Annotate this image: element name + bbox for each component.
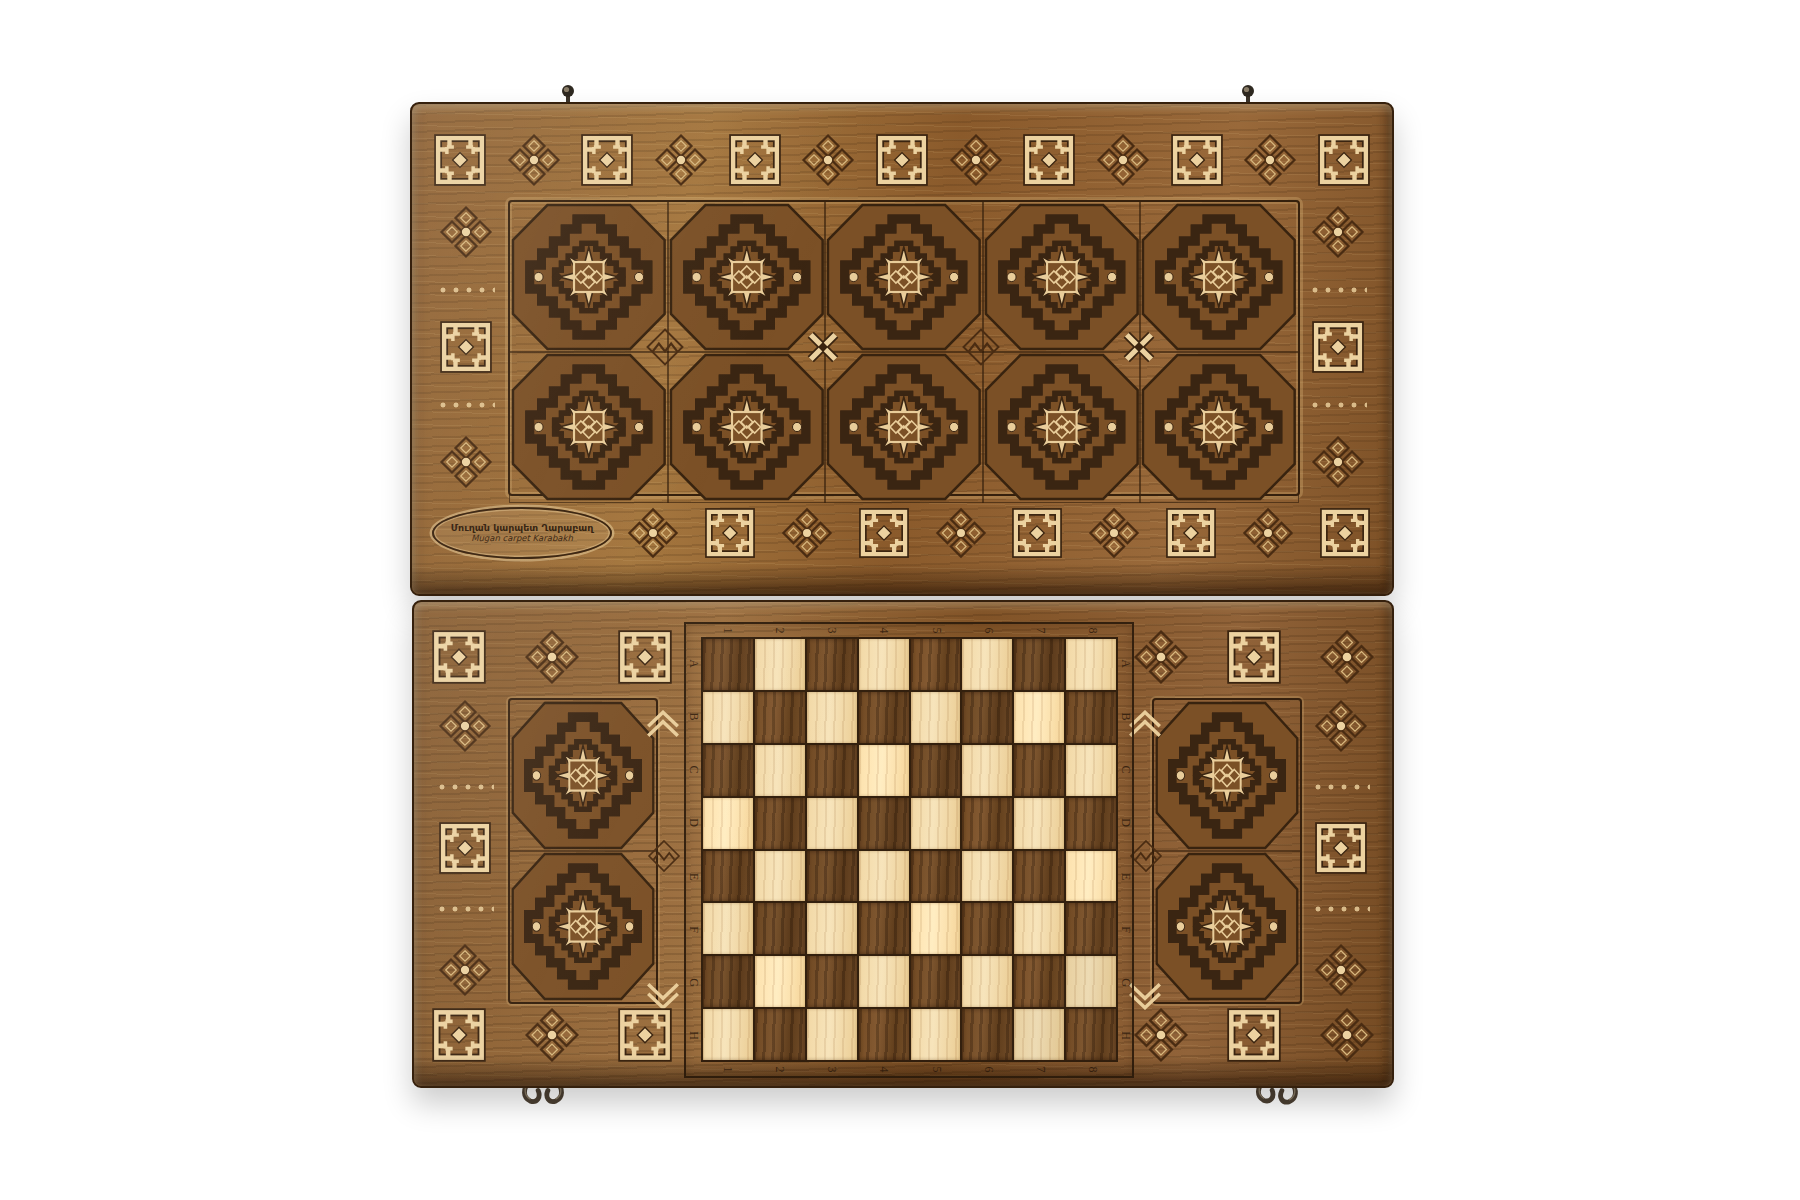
greek-key-motif-icon — [1010, 506, 1064, 560]
greek-key-motif-icon — [430, 628, 488, 686]
square-F8 — [1066, 903, 1116, 954]
rosette-motif-icon — [1318, 628, 1376, 686]
rank-labels-right: ABCDEFGH — [1118, 637, 1132, 1062]
square-H2 — [755, 1009, 805, 1060]
medallion-icon — [1140, 352, 1298, 502]
rosette-motif-icon — [780, 506, 834, 560]
square-A4 — [859, 639, 909, 690]
greek-key-motif-icon — [1164, 506, 1218, 560]
square-E7 — [1014, 851, 1064, 902]
square-H1 — [703, 1009, 753, 1060]
square-F5 — [911, 903, 961, 954]
rosette-motif-icon — [438, 434, 494, 490]
square-A1 — [703, 639, 753, 690]
greek-key-motif-icon — [874, 132, 930, 188]
board-photo: Մուղան կարպետ Ղարաբաղ Mugan carpet Karab… — [0, 0, 1800, 1200]
square-F6 — [962, 903, 1012, 954]
square-C1 — [703, 745, 753, 796]
square-A8 — [1066, 639, 1116, 690]
square-A5 — [911, 639, 961, 690]
square-G7 — [1014, 956, 1064, 1007]
medallion-icon — [510, 352, 668, 502]
square-B2 — [755, 692, 805, 743]
rosette-motif-icon — [523, 1006, 581, 1064]
square-B8 — [1066, 692, 1116, 743]
diamond-zigzag-icon — [644, 326, 686, 368]
square-B4 — [859, 692, 909, 743]
medallion-icon — [1140, 202, 1298, 352]
square-E8 — [1066, 851, 1116, 902]
square-B3 — [807, 692, 857, 743]
greek-key-motif-icon — [437, 820, 493, 876]
square-A3 — [807, 639, 857, 690]
medallion-icon — [1140, 202, 1298, 352]
square-H5 — [911, 1009, 961, 1060]
dot-row — [436, 903, 494, 915]
medallion-icon — [510, 700, 656, 851]
greek-key-motif-icon — [430, 1006, 488, 1064]
right-wing-top-strip — [1132, 626, 1376, 688]
x-motif-icon — [802, 326, 844, 368]
greek-key-motif-icon — [1310, 319, 1366, 375]
medallion-icon — [983, 202, 1141, 352]
medallion-icon — [983, 202, 1141, 352]
square-D2 — [755, 798, 805, 849]
medallion-icon — [510, 851, 656, 1002]
rosette-motif-icon — [437, 698, 493, 754]
medallion-icon — [668, 352, 826, 502]
top-border-strip — [432, 128, 1372, 192]
square-C5 — [911, 745, 961, 796]
greek-key-motif-icon — [1313, 820, 1369, 876]
chessboard-squares — [701, 637, 1118, 1062]
square-G4 — [859, 956, 909, 1007]
dot-row — [437, 399, 495, 411]
square-H7 — [1014, 1009, 1064, 1060]
greek-key-motif-icon — [432, 132, 488, 188]
square-F3 — [807, 903, 857, 954]
medallion-icon — [1140, 352, 1298, 502]
bottom-half-chess-side: 12345678 12345678 ABCDEFGH ABCDEFGH — [412, 600, 1394, 1088]
square-C8 — [1066, 745, 1116, 796]
rosette-motif-icon — [626, 506, 680, 560]
rosette-motif-icon — [1313, 698, 1369, 754]
carpet-medallion-panel — [508, 200, 1300, 496]
rosette-motif-icon — [523, 628, 581, 686]
medallion-icon — [510, 700, 656, 851]
square-C7 — [1014, 745, 1064, 796]
rosette-motif-icon — [1242, 132, 1298, 188]
medallion-icon — [983, 352, 1141, 502]
file-labels-bottom: 12345678 — [701, 1063, 1118, 1076]
greek-key-motif-icon — [616, 1006, 674, 1064]
rosette-motif-icon — [653, 132, 709, 188]
rosette-motif-icon — [1310, 204, 1366, 260]
x-motif-icon — [1118, 326, 1160, 368]
rosette-motif-icon — [506, 132, 562, 188]
square-D8 — [1066, 798, 1116, 849]
medallion-icon — [510, 352, 668, 502]
greek-key-motif-icon — [1021, 132, 1077, 188]
greek-key-motif-icon — [616, 628, 674, 686]
right-wing-bottom-strip — [1132, 1004, 1376, 1066]
square-E2 — [755, 851, 805, 902]
dot-row — [1312, 903, 1370, 915]
greek-key-motif-icon — [1225, 1006, 1283, 1064]
square-C2 — [755, 745, 805, 796]
square-G3 — [807, 956, 857, 1007]
greek-key-motif-icon — [703, 506, 757, 560]
square-D3 — [807, 798, 857, 849]
square-E3 — [807, 851, 857, 902]
rosette-motif-icon — [1095, 132, 1151, 188]
cartouche-english-text: Mugan carpet Karabakh — [471, 534, 573, 543]
chessboard: 12345678 12345678 ABCDEFGH ABCDEFGH — [684, 622, 1134, 1078]
square-D4 — [859, 798, 909, 849]
square-D6 — [962, 798, 1012, 849]
square-A6 — [962, 639, 1012, 690]
square-G5 — [911, 956, 961, 1007]
left-border-column — [430, 204, 502, 490]
rosette-motif-icon — [438, 204, 494, 260]
square-G6 — [962, 956, 1012, 1007]
left-medallion-stack — [508, 698, 658, 1004]
dot-row — [1309, 399, 1367, 411]
rosette-motif-icon — [948, 132, 1004, 188]
rosette-motif-icon — [1313, 942, 1369, 998]
square-H3 — [807, 1009, 857, 1060]
medallion-icon — [1154, 700, 1300, 851]
rosette-motif-icon — [1310, 434, 1366, 490]
square-D7 — [1014, 798, 1064, 849]
medallion-icon — [825, 352, 983, 502]
square-C3 — [807, 745, 857, 796]
square-E4 — [859, 851, 909, 902]
medallion-icon — [983, 352, 1141, 502]
greek-key-motif-icon — [1318, 506, 1372, 560]
greek-key-motif-icon — [1316, 132, 1372, 188]
square-D1 — [703, 798, 753, 849]
square-H8 — [1066, 1009, 1116, 1060]
square-G8 — [1066, 956, 1116, 1007]
rosette-motif-icon — [1087, 506, 1141, 560]
square-F4 — [859, 903, 909, 954]
medallion-icon — [1154, 851, 1300, 1002]
square-E5 — [911, 851, 961, 902]
left-wing-top-strip — [430, 626, 674, 688]
medallion-icon — [668, 352, 826, 502]
medallion-icon — [1154, 851, 1300, 1002]
dot-row — [1312, 781, 1370, 793]
square-F2 — [755, 903, 805, 954]
square-G2 — [755, 956, 805, 1007]
cartouche: Մուղան կարպետ Ղարաբաղ Mugan carpet Karab… — [432, 507, 612, 559]
dot-row — [437, 284, 495, 296]
square-B7 — [1014, 692, 1064, 743]
medallion-icon — [1154, 700, 1300, 851]
square-A7 — [1014, 639, 1064, 690]
greek-key-motif-icon — [1225, 628, 1283, 686]
square-H6 — [962, 1009, 1012, 1060]
file-labels-top: 12345678 — [701, 624, 1118, 637]
left-border-column — [430, 698, 500, 998]
square-B6 — [962, 692, 1012, 743]
right-border-column — [1306, 698, 1376, 998]
rosette-motif-icon — [800, 132, 856, 188]
rank-labels-left: ABCDEFGH — [686, 637, 701, 1062]
square-A2 — [755, 639, 805, 690]
greek-key-motif-icon — [438, 319, 494, 375]
square-E1 — [703, 851, 753, 902]
square-C4 — [859, 745, 909, 796]
square-F1 — [703, 903, 753, 954]
greek-key-motif-icon — [857, 506, 911, 560]
square-D5 — [911, 798, 961, 849]
dot-row — [436, 781, 494, 793]
square-G1 — [703, 956, 753, 1007]
square-F7 — [1014, 903, 1064, 954]
top-half-lid: Մուղան կարպետ Ղարաբաղ Mugan carpet Karab… — [410, 102, 1394, 596]
left-wing-bottom-strip — [430, 1004, 674, 1066]
square-E6 — [962, 851, 1012, 902]
rosette-motif-icon — [1318, 1006, 1376, 1064]
right-border-column — [1302, 204, 1374, 490]
medallion-icon — [510, 851, 656, 1002]
dot-row — [1309, 284, 1367, 296]
diamond-zigzag-icon — [960, 326, 1002, 368]
square-B5 — [911, 692, 961, 743]
bottom-border-strip: Մուղան կարպետ Ղարաբաղ Mugan carpet Karab… — [432, 500, 1372, 566]
square-C6 — [962, 745, 1012, 796]
greek-key-motif-icon — [1169, 132, 1225, 188]
greek-key-motif-icon — [579, 132, 635, 188]
medallion-icon — [825, 352, 983, 502]
greek-key-motif-icon — [727, 132, 783, 188]
cartouche-armenian-text: Մուղան կարպետ Ղարաբաղ — [451, 523, 594, 533]
rosette-motif-icon — [437, 942, 493, 998]
rosette-motif-icon — [934, 506, 988, 560]
square-H4 — [859, 1009, 909, 1060]
square-B1 — [703, 692, 753, 743]
right-medallion-stack — [1152, 698, 1302, 1004]
rosette-motif-icon — [1241, 506, 1295, 560]
bottom-strip-motifs — [626, 501, 1372, 565]
